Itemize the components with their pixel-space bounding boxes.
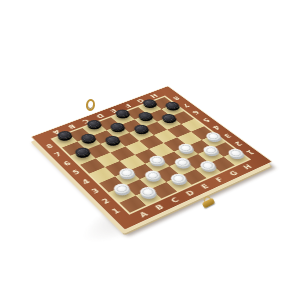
- white-checker: [168, 172, 189, 185]
- white-checker: [117, 166, 137, 179]
- product-photo-stage: ABCDEFGH ABCDEFGH 87654321 87654321: [0, 0, 300, 300]
- board-wrap: ABCDEFGH ABCDEFGH 87654321 87654321: [62, 62, 236, 236]
- board-grid: [51, 96, 252, 215]
- checkers-board: ABCDEFGH ABCDEFGH 87654321 87654321: [30, 86, 272, 231]
- black-checker: [73, 146, 93, 158]
